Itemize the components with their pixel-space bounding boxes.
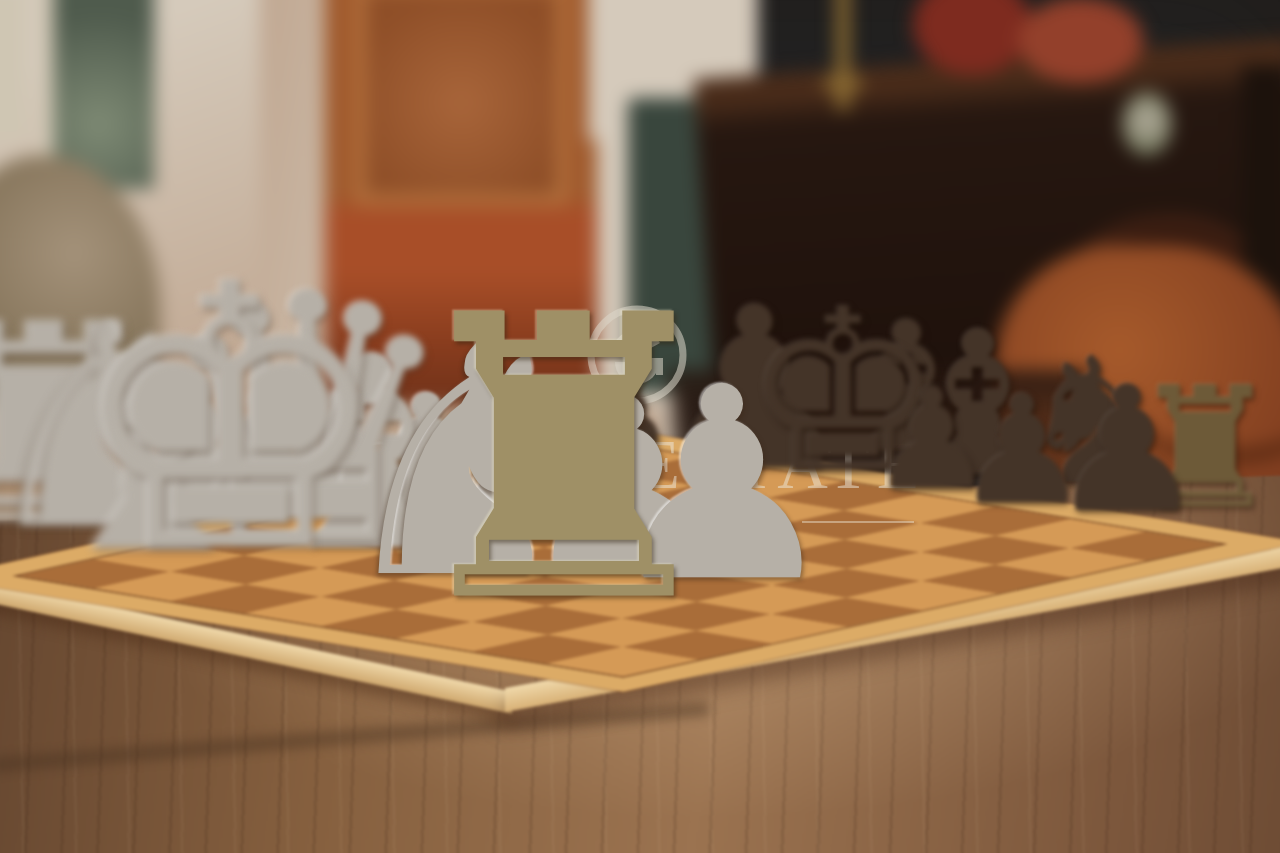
chess-piece-white-rook: ♜ [389,265,739,655]
photo-chess-scene: ♟♟♟♝♟♚♝♟♞♟♟♟♟♜♟♟♟♜♞♝♝♛♚♟♟♞♜ GREAT ESTATE… [0,0,1280,853]
chess-piece-black-pawn: ♟ [1049,363,1205,537]
